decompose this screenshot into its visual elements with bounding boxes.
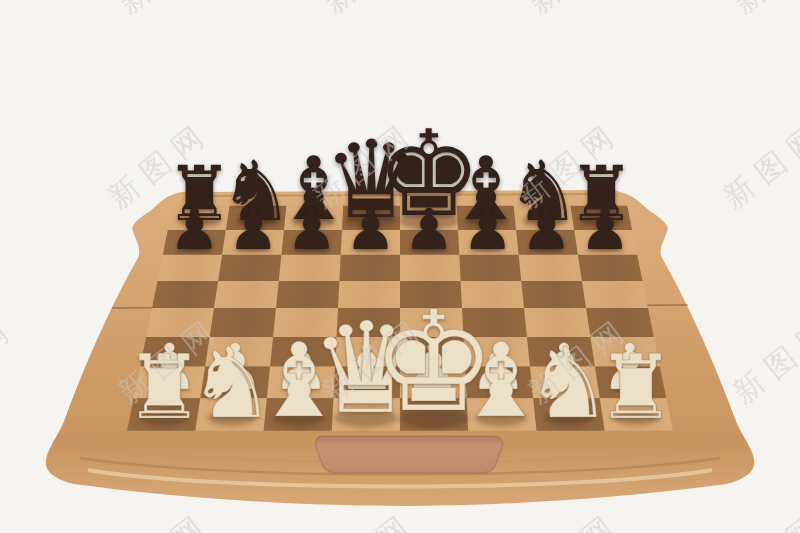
square-g6 bbox=[519, 255, 582, 281]
square-h5 bbox=[582, 281, 648, 308]
square-g1 bbox=[533, 398, 605, 431]
square-c8 bbox=[284, 206, 343, 230]
square-c3 bbox=[270, 337, 336, 367]
square-f5 bbox=[461, 281, 524, 308]
square-d8 bbox=[342, 206, 400, 230]
square-a1 bbox=[127, 398, 200, 431]
square-b4 bbox=[210, 308, 276, 337]
square-b2 bbox=[200, 366, 270, 397]
board-thumb-notch bbox=[315, 436, 502, 473]
square-g7 bbox=[516, 230, 578, 255]
square-a3 bbox=[140, 337, 210, 367]
square-c1 bbox=[264, 398, 334, 431]
square-d3 bbox=[335, 337, 400, 367]
square-g8 bbox=[514, 206, 574, 230]
square-a8 bbox=[168, 206, 230, 230]
square-e5 bbox=[400, 281, 462, 308]
square-a2 bbox=[134, 366, 205, 397]
square-e6 bbox=[400, 255, 461, 281]
square-e8 bbox=[400, 206, 458, 230]
chess-photo: ♜♞♝♛♚♝♞♜♟♟♟♟♟♟♟♟♟♟♟♟♟♟♟♟♜♞♝♛♚♝♞♜ 新图网新图网新… bbox=[0, 0, 800, 533]
square-f1 bbox=[467, 398, 537, 431]
square-b8 bbox=[226, 206, 286, 230]
chess-board bbox=[127, 206, 673, 431]
square-f2 bbox=[465, 366, 533, 397]
square-f8 bbox=[457, 206, 516, 230]
square-e2 bbox=[400, 366, 467, 397]
square-b3 bbox=[205, 337, 273, 367]
square-c7 bbox=[281, 230, 342, 255]
square-h7 bbox=[574, 230, 637, 255]
square-a7 bbox=[163, 230, 226, 255]
square-g3 bbox=[527, 337, 595, 367]
square-a6 bbox=[158, 255, 223, 281]
square-c2 bbox=[267, 366, 335, 397]
square-h2 bbox=[595, 366, 666, 397]
square-c4 bbox=[273, 308, 338, 337]
square-d5 bbox=[338, 281, 400, 308]
square-h4 bbox=[586, 308, 654, 337]
square-a5 bbox=[152, 281, 218, 308]
square-e1 bbox=[400, 398, 468, 431]
square-b5 bbox=[214, 281, 279, 308]
square-c6 bbox=[279, 255, 341, 281]
square-a4 bbox=[146, 308, 214, 337]
square-c5 bbox=[276, 281, 339, 308]
square-f6 bbox=[459, 255, 521, 281]
square-h8 bbox=[570, 206, 632, 230]
square-f3 bbox=[463, 337, 529, 367]
square-h1 bbox=[600, 398, 673, 431]
square-d6 bbox=[339, 255, 400, 281]
square-f7 bbox=[458, 230, 519, 255]
square-d7 bbox=[341, 230, 400, 255]
square-e3 bbox=[400, 337, 465, 367]
square-h6 bbox=[578, 255, 643, 281]
square-d4 bbox=[337, 308, 400, 337]
square-e7 bbox=[400, 230, 459, 255]
square-d2 bbox=[333, 366, 400, 397]
square-d1 bbox=[332, 398, 400, 431]
square-f4 bbox=[462, 308, 527, 337]
square-b1 bbox=[195, 398, 267, 431]
square-g5 bbox=[521, 281, 586, 308]
square-b7 bbox=[222, 230, 284, 255]
square-b6 bbox=[218, 255, 281, 281]
square-g2 bbox=[530, 366, 600, 397]
square-e4 bbox=[400, 308, 463, 337]
square-g4 bbox=[524, 308, 590, 337]
square-h3 bbox=[590, 337, 660, 367]
